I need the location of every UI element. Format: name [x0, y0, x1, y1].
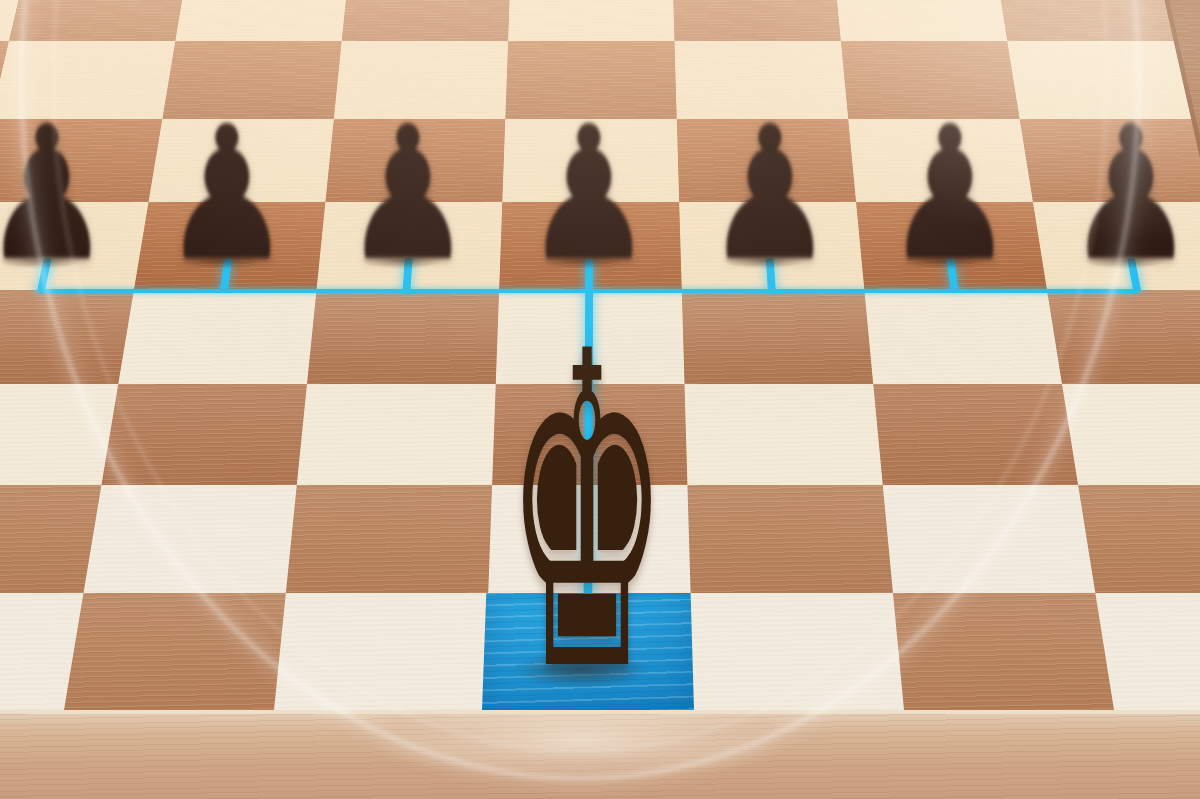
square-h2 [1076, 485, 1200, 594]
square-h3 [1060, 384, 1200, 486]
chessboard-photo: ♟♟♟♟♟♟♟♚ [0, 0, 1200, 799]
